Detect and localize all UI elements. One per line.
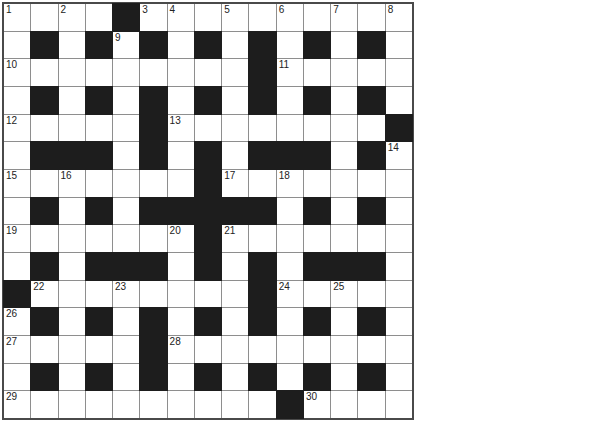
white-cell-r3c11[interactable]: 11 <box>277 59 303 86</box>
white-cell-r2c9[interactable] <box>222 32 248 59</box>
black-cell-r8c12 <box>303 197 331 226</box>
clue-number-1: 1 <box>6 4 12 16</box>
white-cell-r15c6[interactable] <box>140 391 166 418</box>
white-cell-r12c15[interactable] <box>386 308 412 335</box>
white-cell-r5c2[interactable] <box>31 115 57 142</box>
white-cell-r7c4[interactable] <box>86 170 112 197</box>
white-cell-r15c3[interactable] <box>59 391 85 418</box>
black-cell-r2c6 <box>139 31 167 60</box>
white-cell-r3c5[interactable] <box>113 59 139 86</box>
black-cell-r14c2 <box>30 363 58 392</box>
white-cell-r7c5[interactable] <box>113 170 139 197</box>
white-cell-r15c15[interactable] <box>386 391 412 418</box>
white-cell-r11c14[interactable] <box>358 281 384 308</box>
white-cell-r9c13[interactable] <box>331 225 357 252</box>
white-cell-r9c11[interactable] <box>277 225 303 252</box>
clue-number-12: 12 <box>6 115 17 127</box>
white-cell-r14c1[interactable] <box>4 364 30 391</box>
white-cell-r13c14[interactable] <box>358 336 384 363</box>
white-cell-r15c9[interactable] <box>222 391 248 418</box>
white-cell-r14c15[interactable] <box>386 364 412 391</box>
white-cell-r9c6[interactable] <box>140 225 166 252</box>
white-cell-r13c7[interactable]: 28 <box>168 336 194 363</box>
black-cell-r2c12 <box>303 31 331 60</box>
clue-number-25: 25 <box>333 281 344 293</box>
white-cell-r15c14[interactable] <box>358 391 384 418</box>
black-cell-r8c9 <box>221 197 249 226</box>
white-cell-r14c11[interactable] <box>277 364 303 391</box>
white-cell-r3c7[interactable] <box>168 59 194 86</box>
white-cell-r2c11[interactable] <box>277 32 303 59</box>
white-cell-r7c1[interactable]: 15 <box>4 170 30 197</box>
white-cell-r6c7[interactable] <box>168 142 194 169</box>
black-cell-r4c12 <box>303 86 331 115</box>
clue-number-8: 8 <box>388 4 394 16</box>
white-cell-r5c7[interactable]: 13 <box>168 115 194 142</box>
white-cell-r2c13[interactable] <box>331 32 357 59</box>
white-cell-r1c2[interactable] <box>31 4 57 31</box>
white-cell-r14c3[interactable] <box>59 364 85 391</box>
white-cell-r8c5[interactable] <box>113 198 139 225</box>
white-cell-r9c2[interactable] <box>31 225 57 252</box>
white-cell-r13c5[interactable] <box>113 336 139 363</box>
clue-number-23: 23 <box>115 281 126 293</box>
white-cell-r11c8[interactable] <box>195 281 221 308</box>
white-cell-r6c1[interactable] <box>4 142 30 169</box>
black-cell-r11c1 <box>3 280 31 309</box>
white-cell-r9c14[interactable] <box>358 225 384 252</box>
white-cell-r15c7[interactable] <box>168 391 194 418</box>
white-cell-r7c7[interactable] <box>168 170 194 197</box>
black-cell-r3c10 <box>248 58 276 87</box>
white-cell-r11c5[interactable]: 23 <box>113 281 139 308</box>
black-cell-r4c4 <box>85 86 113 115</box>
white-cell-r6c15[interactable]: 14 <box>386 142 412 169</box>
clue-number-11: 11 <box>279 59 289 71</box>
black-cell-r10c4 <box>85 252 113 281</box>
white-cell-r3c3[interactable] <box>59 59 85 86</box>
white-cell-r1c10[interactable] <box>249 4 275 31</box>
black-cell-r4c8 <box>194 86 222 115</box>
white-cell-r6c5[interactable] <box>113 142 139 169</box>
white-cell-r7c13[interactable] <box>331 170 357 197</box>
white-cell-r12c1[interactable]: 26 <box>4 308 30 335</box>
white-cell-r3c15[interactable] <box>386 59 412 86</box>
white-cell-r1c7[interactable]: 4 <box>168 4 194 31</box>
black-cell-r2c2 <box>30 31 58 60</box>
black-cell-r14c10 <box>248 363 276 392</box>
white-cell-r7c2[interactable] <box>31 170 57 197</box>
clue-number-28: 28 <box>170 336 181 348</box>
white-cell-r1c8[interactable] <box>195 4 221 31</box>
black-cell-r2c14 <box>357 31 385 60</box>
white-cell-r4c15[interactable] <box>386 87 412 114</box>
white-cell-r5c13[interactable] <box>331 115 357 142</box>
black-cell-r10c5 <box>112 252 140 281</box>
white-cell-r5c8[interactable] <box>195 115 221 142</box>
page-background: 1234567891011121314151617181920212223242… <box>0 0 601 427</box>
white-cell-r13c1[interactable]: 27 <box>4 336 30 363</box>
black-cell-r6c8 <box>194 141 222 170</box>
clue-number-29: 29 <box>6 391 17 403</box>
black-cell-r12c12 <box>303 307 331 336</box>
black-cell-r2c8 <box>194 31 222 60</box>
black-cell-r6c12 <box>303 141 331 170</box>
black-cell-r10c13 <box>330 252 358 281</box>
clue-number-5: 5 <box>224 4 230 16</box>
white-cell-r7c14[interactable] <box>358 170 384 197</box>
white-cell-r13c2[interactable] <box>31 336 57 363</box>
white-cell-r12c11[interactable] <box>277 308 303 335</box>
white-cell-r12c3[interactable] <box>59 308 85 335</box>
black-cell-r8c8 <box>194 197 222 226</box>
white-cell-r4c9[interactable] <box>222 87 248 114</box>
white-cell-r9c5[interactable] <box>113 225 139 252</box>
white-cell-r9c9[interactable]: 21 <box>222 225 248 252</box>
white-cell-r5c1[interactable]: 12 <box>4 115 30 142</box>
white-cell-r9c12[interactable] <box>304 225 330 252</box>
white-cell-r3c6[interactable] <box>140 59 166 86</box>
white-cell-r3c1[interactable]: 10 <box>4 59 30 86</box>
white-cell-r3c14[interactable] <box>358 59 384 86</box>
clue-number-30: 30 <box>306 391 317 403</box>
white-cell-r10c3[interactable] <box>59 253 85 280</box>
black-cell-r14c4 <box>85 363 113 392</box>
white-cell-r11c13[interactable]: 25 <box>331 281 357 308</box>
white-cell-r10c15[interactable] <box>386 253 412 280</box>
white-cell-r3c13[interactable] <box>331 59 357 86</box>
black-cell-r6c14 <box>357 141 385 170</box>
white-cell-r13c11[interactable] <box>277 336 303 363</box>
white-cell-r4c5[interactable] <box>113 87 139 114</box>
clue-number-3: 3 <box>142 4 148 16</box>
white-cell-r6c9[interactable] <box>222 142 248 169</box>
white-cell-r8c3[interactable] <box>59 198 85 225</box>
white-cell-r11c7[interactable] <box>168 281 194 308</box>
white-cell-r14c7[interactable] <box>168 364 194 391</box>
white-cell-r13c4[interactable] <box>86 336 112 363</box>
white-cell-r9c15[interactable] <box>386 225 412 252</box>
white-cell-r13c12[interactable] <box>304 336 330 363</box>
clue-number-14: 14 <box>388 142 399 154</box>
black-cell-r8c10 <box>248 197 276 226</box>
black-cell-r1c5 <box>112 3 140 32</box>
white-cell-r11c3[interactable] <box>59 281 85 308</box>
white-cell-r7c11[interactable]: 18 <box>277 170 303 197</box>
white-cell-r9c3[interactable] <box>59 225 85 252</box>
clue-number-19: 19 <box>6 225 17 237</box>
clue-number-2: 2 <box>61 4 67 16</box>
white-cell-r2c15[interactable] <box>386 32 412 59</box>
white-cell-r15c8[interactable] <box>195 391 221 418</box>
white-cell-r1c13[interactable]: 7 <box>331 4 357 31</box>
black-cell-r14c8 <box>194 363 222 392</box>
black-cell-r4c6 <box>139 86 167 115</box>
white-cell-r2c7[interactable] <box>168 32 194 59</box>
black-cell-r6c4 <box>85 141 113 170</box>
clue-number-16: 16 <box>61 170 72 182</box>
white-cell-r5c9[interactable] <box>222 115 248 142</box>
white-cell-r11c2[interactable]: 22 <box>31 281 57 308</box>
white-cell-r11c15[interactable] <box>386 281 412 308</box>
white-cell-r15c12[interactable]: 30 <box>304 391 330 418</box>
white-cell-r15c10[interactable] <box>249 391 275 418</box>
clue-number-4: 4 <box>170 4 176 16</box>
black-cell-r12c2 <box>30 307 58 336</box>
white-cell-r15c2[interactable] <box>31 391 57 418</box>
white-cell-r4c3[interactable] <box>59 87 85 114</box>
clue-number-13: 13 <box>170 115 181 127</box>
black-cell-r4c2 <box>30 86 58 115</box>
black-cell-r10c14 <box>357 252 385 281</box>
white-cell-r3c12[interactable] <box>304 59 330 86</box>
clue-number-22: 22 <box>33 281 44 293</box>
black-cell-r8c14 <box>357 197 385 226</box>
white-cell-r2c1[interactable] <box>4 32 30 59</box>
white-cell-r5c14[interactable] <box>358 115 384 142</box>
black-cell-r12c6 <box>139 307 167 336</box>
black-cell-r10c10 <box>248 252 276 281</box>
white-cell-r1c12[interactable] <box>304 4 330 31</box>
white-cell-r4c7[interactable] <box>168 87 194 114</box>
white-cell-r1c1[interactable]: 1 <box>4 4 30 31</box>
black-cell-r12c14 <box>357 307 385 336</box>
white-cell-r7c12[interactable] <box>304 170 330 197</box>
black-cell-r12c8 <box>194 307 222 336</box>
white-cell-r12c9[interactable] <box>222 308 248 335</box>
white-cell-r5c12[interactable] <box>304 115 330 142</box>
black-cell-r2c10 <box>248 31 276 60</box>
white-cell-r4c13[interactable] <box>331 87 357 114</box>
black-cell-r8c7 <box>167 197 195 226</box>
white-cell-r4c1[interactable] <box>4 87 30 114</box>
white-cell-r15c1[interactable]: 29 <box>4 391 30 418</box>
black-cell-r12c10 <box>248 307 276 336</box>
clue-number-24: 24 <box>279 281 290 293</box>
black-cell-r10c6 <box>139 252 167 281</box>
black-cell-r15c11 <box>276 390 304 419</box>
white-cell-r9c4[interactable] <box>86 225 112 252</box>
white-cell-r3c2[interactable] <box>31 59 57 86</box>
black-cell-r6c6 <box>139 141 167 170</box>
white-cell-r1c15[interactable]: 8 <box>386 4 412 31</box>
black-cell-r6c11 <box>276 141 304 170</box>
white-cell-r13c13[interactable] <box>331 336 357 363</box>
white-cell-r12c5[interactable] <box>113 308 139 335</box>
white-cell-r2c3[interactable] <box>59 32 85 59</box>
white-cell-r11c11[interactable]: 24 <box>277 281 303 308</box>
black-cell-r10c8 <box>194 252 222 281</box>
clue-number-26: 26 <box>6 308 17 320</box>
white-cell-r5c3[interactable] <box>59 115 85 142</box>
white-cell-r10c9[interactable] <box>222 253 248 280</box>
black-cell-r8c4 <box>85 197 113 226</box>
white-cell-r1c14[interactable] <box>358 4 384 31</box>
white-cell-r13c9[interactable] <box>222 336 248 363</box>
white-cell-r13c8[interactable] <box>195 336 221 363</box>
white-cell-r11c4[interactable] <box>86 281 112 308</box>
black-cell-r5c15 <box>385 114 413 143</box>
white-cell-r9c10[interactable] <box>249 225 275 252</box>
white-cell-r10c7[interactable] <box>168 253 194 280</box>
white-cell-r13c3[interactable] <box>59 336 85 363</box>
clue-number-15: 15 <box>6 170 17 182</box>
clue-number-20: 20 <box>170 225 181 237</box>
white-cell-r1c9[interactable]: 5 <box>222 4 248 31</box>
white-cell-r11c6[interactable] <box>140 281 166 308</box>
white-cell-r12c13[interactable] <box>331 308 357 335</box>
black-cell-r8c2 <box>30 197 58 226</box>
white-cell-r7c3[interactable]: 16 <box>59 170 85 197</box>
black-cell-r7c8 <box>194 169 222 198</box>
clue-number-18: 18 <box>279 170 290 182</box>
black-cell-r12c4 <box>85 307 113 336</box>
black-cell-r14c14 <box>357 363 385 392</box>
black-cell-r6c3 <box>58 141 86 170</box>
white-cell-r9c1[interactable]: 19 <box>4 225 30 252</box>
black-cell-r4c10 <box>248 86 276 115</box>
white-cell-r8c15[interactable] <box>386 198 412 225</box>
black-cell-r2c4 <box>85 31 113 60</box>
white-cell-r4c11[interactable] <box>277 87 303 114</box>
white-cell-r7c6[interactable] <box>140 170 166 197</box>
white-cell-r12c7[interactable] <box>168 308 194 335</box>
black-cell-r14c6 <box>139 363 167 392</box>
white-cell-r1c3[interactable]: 2 <box>59 4 85 31</box>
clue-number-21: 21 <box>224 225 235 237</box>
black-cell-r10c12 <box>303 252 331 281</box>
white-cell-r10c1[interactable] <box>4 253 30 280</box>
crossword-grid: 1234567891011121314151617181920212223242… <box>2 2 414 420</box>
clue-number-6: 6 <box>279 4 285 16</box>
white-cell-r5c4[interactable] <box>86 115 112 142</box>
white-cell-r3c9[interactable] <box>222 59 248 86</box>
white-cell-r13c15[interactable] <box>386 336 412 363</box>
clue-number-17: 17 <box>224 170 235 182</box>
clue-number-10: 10 <box>6 59 17 71</box>
white-cell-r11c12[interactable] <box>304 281 330 308</box>
white-cell-r14c13[interactable] <box>331 364 357 391</box>
white-cell-r7c10[interactable] <box>249 170 275 197</box>
black-cell-r14c12 <box>303 363 331 392</box>
white-cell-r1c4[interactable] <box>86 4 112 31</box>
white-cell-r11c9[interactable] <box>222 281 248 308</box>
white-cell-r3c4[interactable] <box>86 59 112 86</box>
white-cell-r13c10[interactable] <box>249 336 275 363</box>
black-cell-r9c8 <box>194 224 222 253</box>
black-cell-r8c6 <box>139 197 167 226</box>
white-cell-r1c11[interactable]: 6 <box>277 4 303 31</box>
white-cell-r5c10[interactable] <box>249 115 275 142</box>
white-cell-r15c4[interactable] <box>86 391 112 418</box>
black-cell-r4c14 <box>357 86 385 115</box>
white-cell-r10c11[interactable] <box>277 253 303 280</box>
white-cell-r8c13[interactable] <box>331 198 357 225</box>
black-cell-r6c2 <box>30 141 58 170</box>
black-cell-r13c6 <box>139 335 167 364</box>
black-cell-r11c10 <box>248 280 276 309</box>
clue-number-9: 9 <box>115 32 121 44</box>
white-cell-r3c8[interactable] <box>195 59 221 86</box>
white-cell-r6c13[interactable] <box>331 142 357 169</box>
black-cell-r5c6 <box>139 114 167 143</box>
white-cell-r14c9[interactable] <box>222 364 248 391</box>
white-cell-r2c5[interactable]: 9 <box>113 32 139 59</box>
black-cell-r10c2 <box>30 252 58 281</box>
white-cell-r8c1[interactable] <box>4 198 30 225</box>
white-cell-r14c5[interactable] <box>113 364 139 391</box>
black-cell-r6c10 <box>248 141 276 170</box>
white-cell-r9c7[interactable]: 20 <box>168 225 194 252</box>
white-cell-r7c15[interactable] <box>386 170 412 197</box>
white-cell-r15c5[interactable] <box>113 391 139 418</box>
white-cell-r7c9[interactable]: 17 <box>222 170 248 197</box>
white-cell-r15c13[interactable] <box>331 391 357 418</box>
clue-number-7: 7 <box>333 4 339 16</box>
white-cell-r5c11[interactable] <box>277 115 303 142</box>
white-cell-r5c5[interactable] <box>113 115 139 142</box>
white-cell-r1c6[interactable]: 3 <box>140 4 166 31</box>
white-cell-r8c11[interactable] <box>277 198 303 225</box>
clue-number-27: 27 <box>6 336 17 348</box>
